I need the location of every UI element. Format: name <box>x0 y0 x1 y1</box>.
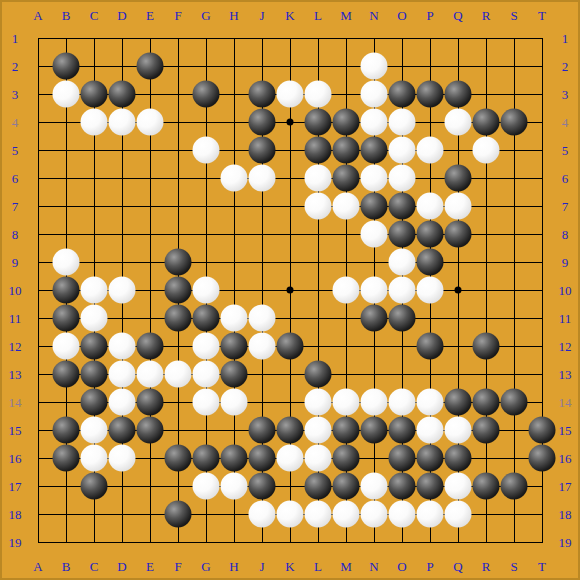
intersection-K14[interactable] <box>276 388 304 416</box>
intersection-H10[interactable] <box>220 276 248 304</box>
intersection-K1[interactable] <box>276 24 304 52</box>
intersection-N11[interactable] <box>360 304 388 332</box>
intersection-K10[interactable] <box>276 276 304 304</box>
intersection-D19[interactable] <box>108 528 136 556</box>
intersection-J8[interactable] <box>248 220 276 248</box>
intersection-J15[interactable] <box>248 416 276 444</box>
intersection-N4[interactable] <box>360 108 388 136</box>
intersection-H18[interactable] <box>220 500 248 528</box>
intersection-B18[interactable] <box>52 500 80 528</box>
intersection-M9[interactable] <box>332 248 360 276</box>
intersection-Q7[interactable] <box>444 192 472 220</box>
intersection-C7[interactable] <box>80 192 108 220</box>
intersection-C16[interactable] <box>80 444 108 472</box>
intersection-E9[interactable] <box>136 248 164 276</box>
intersection-G12[interactable] <box>192 332 220 360</box>
intersection-N12[interactable] <box>360 332 388 360</box>
intersection-H3[interactable] <box>220 80 248 108</box>
intersection-N2[interactable] <box>360 52 388 80</box>
intersection-B19[interactable] <box>52 528 80 556</box>
intersection-Q19[interactable] <box>444 528 472 556</box>
intersection-T11[interactable] <box>528 304 556 332</box>
intersection-D15[interactable] <box>108 416 136 444</box>
intersection-H15[interactable] <box>220 416 248 444</box>
intersection-P4[interactable] <box>416 108 444 136</box>
intersection-S16[interactable] <box>500 444 528 472</box>
intersection-R9[interactable] <box>472 248 500 276</box>
intersection-M10[interactable] <box>332 276 360 304</box>
intersection-L4[interactable] <box>304 108 332 136</box>
intersection-O5[interactable] <box>388 136 416 164</box>
intersection-P15[interactable] <box>416 416 444 444</box>
intersection-Q18[interactable] <box>444 500 472 528</box>
intersection-B1[interactable] <box>52 24 80 52</box>
intersection-B17[interactable] <box>52 472 80 500</box>
intersection-H4[interactable] <box>220 108 248 136</box>
intersection-N3[interactable] <box>360 80 388 108</box>
intersection-C5[interactable] <box>80 136 108 164</box>
intersection-A12[interactable] <box>24 332 52 360</box>
intersection-M8[interactable] <box>332 220 360 248</box>
intersection-D4[interactable] <box>108 108 136 136</box>
intersection-H5[interactable] <box>220 136 248 164</box>
intersection-G17[interactable] <box>192 472 220 500</box>
intersection-O6[interactable] <box>388 164 416 192</box>
intersection-T19[interactable] <box>528 528 556 556</box>
intersection-L17[interactable] <box>304 472 332 500</box>
intersection-F3[interactable] <box>164 80 192 108</box>
intersection-J19[interactable] <box>248 528 276 556</box>
intersection-G2[interactable] <box>192 52 220 80</box>
intersection-B11[interactable] <box>52 304 80 332</box>
intersection-P17[interactable] <box>416 472 444 500</box>
intersection-T17[interactable] <box>528 472 556 500</box>
intersection-D7[interactable] <box>108 192 136 220</box>
intersection-A10[interactable] <box>24 276 52 304</box>
intersection-G15[interactable] <box>192 416 220 444</box>
intersection-J13[interactable] <box>248 360 276 388</box>
intersection-H9[interactable] <box>220 248 248 276</box>
intersection-E17[interactable] <box>136 472 164 500</box>
intersection-T13[interactable] <box>528 360 556 388</box>
intersection-G3[interactable] <box>192 80 220 108</box>
intersection-T1[interactable] <box>528 24 556 52</box>
intersection-M13[interactable] <box>332 360 360 388</box>
intersection-G8[interactable] <box>192 220 220 248</box>
intersection-D11[interactable] <box>108 304 136 332</box>
intersection-Q15[interactable] <box>444 416 472 444</box>
intersection-C13[interactable] <box>80 360 108 388</box>
intersection-G11[interactable] <box>192 304 220 332</box>
intersection-D1[interactable] <box>108 24 136 52</box>
intersection-A15[interactable] <box>24 416 52 444</box>
intersection-A8[interactable] <box>24 220 52 248</box>
intersection-G6[interactable] <box>192 164 220 192</box>
intersection-O9[interactable] <box>388 248 416 276</box>
intersection-R17[interactable] <box>472 472 500 500</box>
intersection-E3[interactable] <box>136 80 164 108</box>
intersection-P1[interactable] <box>416 24 444 52</box>
intersection-Q9[interactable] <box>444 248 472 276</box>
intersection-B6[interactable] <box>52 164 80 192</box>
intersection-R3[interactable] <box>472 80 500 108</box>
intersection-T12[interactable] <box>528 332 556 360</box>
intersection-H2[interactable] <box>220 52 248 80</box>
intersection-H11[interactable] <box>220 304 248 332</box>
intersection-D9[interactable] <box>108 248 136 276</box>
intersection-K6[interactable] <box>276 164 304 192</box>
intersection-A16[interactable] <box>24 444 52 472</box>
intersection-N16[interactable] <box>360 444 388 472</box>
intersection-Q1[interactable] <box>444 24 472 52</box>
intersection-K11[interactable] <box>276 304 304 332</box>
intersection-O7[interactable] <box>388 192 416 220</box>
intersection-P9[interactable] <box>416 248 444 276</box>
intersection-F9[interactable] <box>164 248 192 276</box>
intersection-B9[interactable] <box>52 248 80 276</box>
intersection-C8[interactable] <box>80 220 108 248</box>
intersection-Q14[interactable] <box>444 388 472 416</box>
intersection-L1[interactable] <box>304 24 332 52</box>
intersection-L13[interactable] <box>304 360 332 388</box>
intersection-B16[interactable] <box>52 444 80 472</box>
intersection-G7[interactable] <box>192 192 220 220</box>
intersection-D18[interactable] <box>108 500 136 528</box>
intersection-H12[interactable] <box>220 332 248 360</box>
intersection-N7[interactable] <box>360 192 388 220</box>
intersection-Q3[interactable] <box>444 80 472 108</box>
intersection-B5[interactable] <box>52 136 80 164</box>
intersection-B4[interactable] <box>52 108 80 136</box>
intersection-L15[interactable] <box>304 416 332 444</box>
intersection-A19[interactable] <box>24 528 52 556</box>
intersection-R4[interactable] <box>472 108 500 136</box>
intersection-J17[interactable] <box>248 472 276 500</box>
intersection-D3[interactable] <box>108 80 136 108</box>
intersection-A1[interactable] <box>24 24 52 52</box>
intersection-N17[interactable] <box>360 472 388 500</box>
intersection-L10[interactable] <box>304 276 332 304</box>
intersection-M14[interactable] <box>332 388 360 416</box>
intersection-S4[interactable] <box>500 108 528 136</box>
intersection-A11[interactable] <box>24 304 52 332</box>
intersection-S10[interactable] <box>500 276 528 304</box>
intersection-F6[interactable] <box>164 164 192 192</box>
intersection-B8[interactable] <box>52 220 80 248</box>
intersection-T18[interactable] <box>528 500 556 528</box>
intersection-J7[interactable] <box>248 192 276 220</box>
intersection-N13[interactable] <box>360 360 388 388</box>
intersection-O16[interactable] <box>388 444 416 472</box>
intersection-N15[interactable] <box>360 416 388 444</box>
intersection-A14[interactable] <box>24 388 52 416</box>
intersection-H16[interactable] <box>220 444 248 472</box>
intersection-H19[interactable] <box>220 528 248 556</box>
intersection-O17[interactable] <box>388 472 416 500</box>
intersection-L18[interactable] <box>304 500 332 528</box>
intersection-H1[interactable] <box>220 24 248 52</box>
intersection-D16[interactable] <box>108 444 136 472</box>
intersection-L14[interactable] <box>304 388 332 416</box>
intersection-S8[interactable] <box>500 220 528 248</box>
intersection-J9[interactable] <box>248 248 276 276</box>
intersection-N14[interactable] <box>360 388 388 416</box>
intersection-N10[interactable] <box>360 276 388 304</box>
intersection-K13[interactable] <box>276 360 304 388</box>
intersection-H6[interactable] <box>220 164 248 192</box>
intersection-M11[interactable] <box>332 304 360 332</box>
intersection-G14[interactable] <box>192 388 220 416</box>
intersection-C6[interactable] <box>80 164 108 192</box>
intersection-M17[interactable] <box>332 472 360 500</box>
intersection-C3[interactable] <box>80 80 108 108</box>
intersection-F19[interactable] <box>164 528 192 556</box>
intersection-H17[interactable] <box>220 472 248 500</box>
intersection-K12[interactable] <box>276 332 304 360</box>
intersection-D8[interactable] <box>108 220 136 248</box>
intersection-E18[interactable] <box>136 500 164 528</box>
intersection-G19[interactable] <box>192 528 220 556</box>
intersection-Q16[interactable] <box>444 444 472 472</box>
intersection-R14[interactable] <box>472 388 500 416</box>
intersection-T15[interactable] <box>528 416 556 444</box>
intersection-A9[interactable] <box>24 248 52 276</box>
intersection-L2[interactable] <box>304 52 332 80</box>
intersection-F10[interactable] <box>164 276 192 304</box>
intersection-K9[interactable] <box>276 248 304 276</box>
intersection-F15[interactable] <box>164 416 192 444</box>
intersection-F7[interactable] <box>164 192 192 220</box>
intersection-M16[interactable] <box>332 444 360 472</box>
intersection-K19[interactable] <box>276 528 304 556</box>
intersection-H14[interactable] <box>220 388 248 416</box>
intersection-D10[interactable] <box>108 276 136 304</box>
intersection-G4[interactable] <box>192 108 220 136</box>
intersection-R10[interactable] <box>472 276 500 304</box>
intersection-P12[interactable] <box>416 332 444 360</box>
intersection-G16[interactable] <box>192 444 220 472</box>
intersection-K3[interactable] <box>276 80 304 108</box>
intersection-R1[interactable] <box>472 24 500 52</box>
intersection-D12[interactable] <box>108 332 136 360</box>
intersection-R5[interactable] <box>472 136 500 164</box>
intersection-P19[interactable] <box>416 528 444 556</box>
intersection-G13[interactable] <box>192 360 220 388</box>
intersection-O1[interactable] <box>388 24 416 52</box>
intersection-H13[interactable] <box>220 360 248 388</box>
intersection-N8[interactable] <box>360 220 388 248</box>
intersection-E1[interactable] <box>136 24 164 52</box>
intersection-P14[interactable] <box>416 388 444 416</box>
intersection-E13[interactable] <box>136 360 164 388</box>
intersection-N6[interactable] <box>360 164 388 192</box>
intersection-R16[interactable] <box>472 444 500 472</box>
intersection-E6[interactable] <box>136 164 164 192</box>
intersection-O3[interactable] <box>388 80 416 108</box>
intersection-A13[interactable] <box>24 360 52 388</box>
intersection-O19[interactable] <box>388 528 416 556</box>
intersection-M15[interactable] <box>332 416 360 444</box>
intersection-G5[interactable] <box>192 136 220 164</box>
intersection-B2[interactable] <box>52 52 80 80</box>
intersection-C14[interactable] <box>80 388 108 416</box>
intersection-P7[interactable] <box>416 192 444 220</box>
intersection-A5[interactable] <box>24 136 52 164</box>
intersection-F2[interactable] <box>164 52 192 80</box>
intersection-B12[interactable] <box>52 332 80 360</box>
intersection-S11[interactable] <box>500 304 528 332</box>
intersection-L5[interactable] <box>304 136 332 164</box>
intersection-O10[interactable] <box>388 276 416 304</box>
intersection-S19[interactable] <box>500 528 528 556</box>
intersection-S1[interactable] <box>500 24 528 52</box>
intersection-B14[interactable] <box>52 388 80 416</box>
intersection-N5[interactable] <box>360 136 388 164</box>
intersection-G18[interactable] <box>192 500 220 528</box>
intersection-S9[interactable] <box>500 248 528 276</box>
intersection-C18[interactable] <box>80 500 108 528</box>
intersection-S5[interactable] <box>500 136 528 164</box>
intersection-M18[interactable] <box>332 500 360 528</box>
intersection-B10[interactable] <box>52 276 80 304</box>
intersection-K5[interactable] <box>276 136 304 164</box>
intersection-J2[interactable] <box>248 52 276 80</box>
intersection-F4[interactable] <box>164 108 192 136</box>
intersection-N19[interactable] <box>360 528 388 556</box>
intersection-T14[interactable] <box>528 388 556 416</box>
intersection-K18[interactable] <box>276 500 304 528</box>
intersection-T16[interactable] <box>528 444 556 472</box>
intersection-O8[interactable] <box>388 220 416 248</box>
intersection-M7[interactable] <box>332 192 360 220</box>
intersection-R7[interactable] <box>472 192 500 220</box>
intersection-O12[interactable] <box>388 332 416 360</box>
intersection-O15[interactable] <box>388 416 416 444</box>
intersection-E16[interactable] <box>136 444 164 472</box>
intersection-E15[interactable] <box>136 416 164 444</box>
intersection-S6[interactable] <box>500 164 528 192</box>
intersection-R8[interactable] <box>472 220 500 248</box>
intersection-G9[interactable] <box>192 248 220 276</box>
intersection-A3[interactable] <box>24 80 52 108</box>
intersection-N1[interactable] <box>360 24 388 52</box>
intersection-R15[interactable] <box>472 416 500 444</box>
intersection-M12[interactable] <box>332 332 360 360</box>
intersection-P5[interactable] <box>416 136 444 164</box>
intersection-B13[interactable] <box>52 360 80 388</box>
intersection-P11[interactable] <box>416 304 444 332</box>
intersection-Q8[interactable] <box>444 220 472 248</box>
intersection-D2[interactable] <box>108 52 136 80</box>
intersection-T7[interactable] <box>528 192 556 220</box>
intersection-Q17[interactable] <box>444 472 472 500</box>
intersection-T2[interactable] <box>528 52 556 80</box>
intersection-B15[interactable] <box>52 416 80 444</box>
intersection-F16[interactable] <box>164 444 192 472</box>
intersection-E14[interactable] <box>136 388 164 416</box>
intersection-Q11[interactable] <box>444 304 472 332</box>
intersection-E2[interactable] <box>136 52 164 80</box>
intersection-M4[interactable] <box>332 108 360 136</box>
intersection-C10[interactable] <box>80 276 108 304</box>
intersection-P6[interactable] <box>416 164 444 192</box>
intersection-G1[interactable] <box>192 24 220 52</box>
intersection-F5[interactable] <box>164 136 192 164</box>
intersection-S18[interactable] <box>500 500 528 528</box>
intersection-O14[interactable] <box>388 388 416 416</box>
intersection-P3[interactable] <box>416 80 444 108</box>
intersection-Q12[interactable] <box>444 332 472 360</box>
intersection-S13[interactable] <box>500 360 528 388</box>
intersection-D5[interactable] <box>108 136 136 164</box>
intersection-Q2[interactable] <box>444 52 472 80</box>
intersection-L19[interactable] <box>304 528 332 556</box>
intersection-F1[interactable] <box>164 24 192 52</box>
intersection-D17[interactable] <box>108 472 136 500</box>
intersection-C1[interactable] <box>80 24 108 52</box>
intersection-A17[interactable] <box>24 472 52 500</box>
intersection-C11[interactable] <box>80 304 108 332</box>
intersection-S12[interactable] <box>500 332 528 360</box>
intersection-T9[interactable] <box>528 248 556 276</box>
intersection-E4[interactable] <box>136 108 164 136</box>
intersection-T3[interactable] <box>528 80 556 108</box>
intersection-L16[interactable] <box>304 444 332 472</box>
intersection-J14[interactable] <box>248 388 276 416</box>
intersection-N9[interactable] <box>360 248 388 276</box>
intersection-F18[interactable] <box>164 500 192 528</box>
intersection-R18[interactable] <box>472 500 500 528</box>
intersection-E7[interactable] <box>136 192 164 220</box>
intersection-J3[interactable] <box>248 80 276 108</box>
intersection-K7[interactable] <box>276 192 304 220</box>
intersection-R13[interactable] <box>472 360 500 388</box>
intersection-R11[interactable] <box>472 304 500 332</box>
intersection-O13[interactable] <box>388 360 416 388</box>
intersection-C9[interactable] <box>80 248 108 276</box>
intersection-S3[interactable] <box>500 80 528 108</box>
intersection-A18[interactable] <box>24 500 52 528</box>
intersection-P10[interactable] <box>416 276 444 304</box>
intersection-D6[interactable] <box>108 164 136 192</box>
intersection-Q13[interactable] <box>444 360 472 388</box>
intersection-C19[interactable] <box>80 528 108 556</box>
intersection-T6[interactable] <box>528 164 556 192</box>
intersection-R6[interactable] <box>472 164 500 192</box>
intersection-J10[interactable] <box>248 276 276 304</box>
intersection-J18[interactable] <box>248 500 276 528</box>
intersection-L11[interactable] <box>304 304 332 332</box>
intersection-O18[interactable] <box>388 500 416 528</box>
intersection-C2[interactable] <box>80 52 108 80</box>
intersection-N18[interactable] <box>360 500 388 528</box>
intersection-L9[interactable] <box>304 248 332 276</box>
intersection-F11[interactable] <box>164 304 192 332</box>
intersection-K16[interactable] <box>276 444 304 472</box>
intersection-C15[interactable] <box>80 416 108 444</box>
intersection-F14[interactable] <box>164 388 192 416</box>
intersection-G10[interactable] <box>192 276 220 304</box>
intersection-R19[interactable] <box>472 528 500 556</box>
intersection-F17[interactable] <box>164 472 192 500</box>
intersection-R12[interactable] <box>472 332 500 360</box>
intersection-P13[interactable] <box>416 360 444 388</box>
intersection-S17[interactable] <box>500 472 528 500</box>
intersection-J12[interactable] <box>248 332 276 360</box>
intersection-K17[interactable] <box>276 472 304 500</box>
intersection-E11[interactable] <box>136 304 164 332</box>
intersection-R2[interactable] <box>472 52 500 80</box>
